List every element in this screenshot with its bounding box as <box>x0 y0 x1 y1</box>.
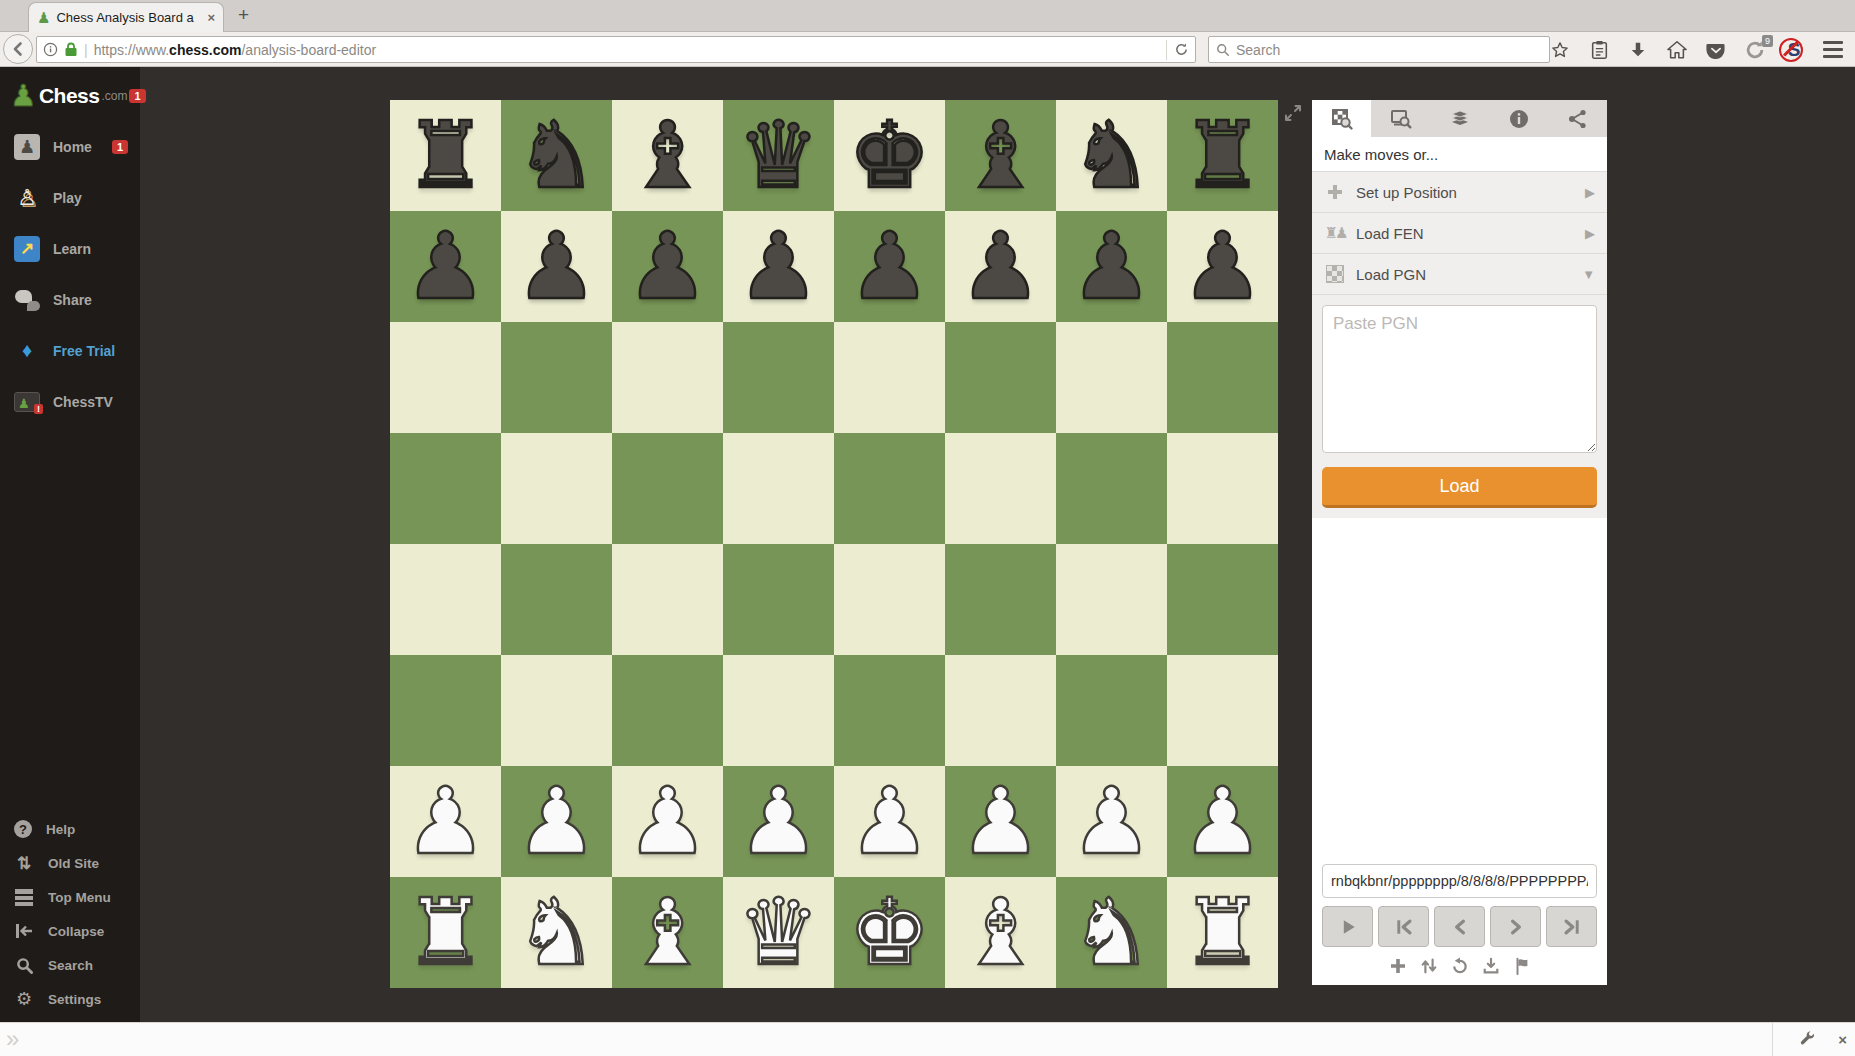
black-rook[interactable]: ♜ <box>1167 100 1278 211</box>
square-g2[interactable]: ♟ <box>1056 766 1167 877</box>
black-pawn[interactable]: ♟ <box>1056 211 1167 322</box>
tab-analysis-board[interactable] <box>1312 100 1371 137</box>
back-button[interactable] <box>3 34 33 64</box>
lock-icon[interactable] <box>64 42 78 57</box>
chevron-right-icon: ▶ <box>1585 226 1595 241</box>
square-d5[interactable] <box>723 433 834 544</box>
board-expand-icon[interactable] <box>1283 103 1305 125</box>
square-a1[interactable]: ♜ <box>390 877 501 988</box>
tab-info[interactable] <box>1489 100 1548 137</box>
white-pawn[interactable]: ♟ <box>945 766 1056 877</box>
reload-icon[interactable] <box>1174 42 1189 57</box>
white-queen[interactable]: ♛ <box>723 877 834 988</box>
square-h6[interactable] <box>1167 322 1278 433</box>
square-a3[interactable] <box>390 655 501 766</box>
square-e4[interactable] <box>834 544 945 655</box>
square-h1[interactable]: ♜ <box>1167 877 1278 988</box>
square-b3[interactable] <box>501 655 612 766</box>
tab-share[interactable] <box>1548 100 1607 137</box>
square-f5[interactable] <box>945 433 1056 544</box>
search-icon <box>1216 43 1230 57</box>
info-icon[interactable] <box>43 42 58 57</box>
back-arrow-icon <box>10 41 26 57</box>
square-b2[interactable]: ♟ <box>501 766 612 877</box>
panel-bottom <box>1312 858 1607 985</box>
black-knight[interactable]: ♞ <box>501 100 612 211</box>
square-c6[interactable] <box>612 322 723 433</box>
next-move-button[interactable] <box>1490 906 1541 947</box>
square-b7[interactable]: ♟ <box>501 211 612 322</box>
share-bubbles-icon <box>14 287 40 313</box>
books-stack-icon <box>1448 107 1472 131</box>
square-g8[interactable]: ♞ <box>1056 100 1167 211</box>
square-g7[interactable]: ♟ <box>1056 211 1167 322</box>
square-c7[interactable]: ♟ <box>612 211 723 322</box>
pgn-section: Load <box>1312 294 1607 518</box>
browser-tab[interactable]: ♟ Chess Analysis Board a × <box>28 2 224 32</box>
top-menu-icon <box>14 887 34 907</box>
square-f3[interactable] <box>945 655 1056 766</box>
square-d1[interactable]: ♛ <box>723 877 834 988</box>
black-pawn[interactable]: ♟ <box>390 211 501 322</box>
square-e2[interactable]: ♟ <box>834 766 945 877</box>
square-d2[interactable]: ♟ <box>723 766 834 877</box>
white-knight[interactable]: ♞ <box>501 877 612 988</box>
url-text: https://www.chess.com/analysis-board-edi… <box>94 42 1160 58</box>
square-e1[interactable]: ♚ <box>834 877 945 988</box>
sidebar-item-label: Play <box>53 190 82 206</box>
sidebar-item-collapse[interactable]: Collapse <box>0 914 140 948</box>
home-notification-badge: 1 <box>112 140 128 154</box>
logo-notification-badge: 1 <box>129 89 145 103</box>
sidebar-item-search[interactable]: Search <box>0 948 140 982</box>
play-button[interactable] <box>1322 906 1373 947</box>
url-separator: | <box>84 42 88 58</box>
tab-openings[interactable] <box>1430 100 1489 137</box>
square-d3[interactable] <box>723 655 834 766</box>
square-h7[interactable]: ♟ <box>1167 211 1278 322</box>
square-h3[interactable] <box>1167 655 1278 766</box>
panel-empty-space <box>1312 518 1607 858</box>
sidebar-item-old-site[interactable]: ⇅ Old Site <box>0 846 140 880</box>
tab-game-report[interactable] <box>1371 100 1430 137</box>
old-site-icon: ⇅ <box>14 853 34 873</box>
sidebar-bottom-nav: ? Help ⇅ Old Site Top Menu Collapse <box>0 812 140 1016</box>
home-pawn-icon: ♟ <box>14 134 40 160</box>
pgn-input[interactable] <box>1322 305 1597 453</box>
mini-board-icon <box>1324 263 1346 285</box>
sidebar-item-learn[interactable]: ↗ Learn <box>0 223 140 274</box>
sidebar-item-label: Collapse <box>48 924 104 939</box>
help-icon: ? <box>14 820 32 838</box>
previous-move-button[interactable] <box>1434 906 1485 947</box>
plus-icon <box>1324 181 1346 203</box>
square-b8[interactable]: ♞ <box>501 100 612 211</box>
sidebar-nav: ♟ Home 1 ♙ Play ↗ Learn Share ♦ <box>0 121 140 427</box>
sidebar-item-label: Help <box>46 822 75 837</box>
bookmark-star-icon[interactable] <box>1548 38 1572 62</box>
sidebar-item-label: Learn <box>53 241 91 257</box>
square-h4[interactable] <box>1167 544 1278 655</box>
square-f8[interactable]: ♝ <box>945 100 1056 211</box>
white-pawn[interactable]: ♟ <box>1056 766 1167 877</box>
square-c5[interactable] <box>612 433 723 544</box>
new-tab-button[interactable]: + <box>238 4 249 26</box>
close-icon[interactable]: × <box>1838 1031 1847 1048</box>
sidebar-item-label: Share <box>53 292 92 308</box>
sidebar: ♟ Chess .com 1 ♟ Home 1 ♙ Play ↗ Learn <box>0 67 140 1022</box>
square-g1[interactable]: ♞ <box>1056 877 1167 988</box>
white-knight[interactable]: ♞ <box>1056 877 1167 988</box>
square-d8[interactable]: ♛ <box>723 100 834 211</box>
square-e6[interactable] <box>834 322 945 433</box>
chess-board[interactable]: ♜♞♝♛♚♝♞♜♟♟♟♟♟♟♟♟♟♟♟♟♟♟♟♟♜♞♝♛♚♝♞♜ <box>390 100 1278 988</box>
square-h5[interactable] <box>1167 433 1278 544</box>
sidebar-item-home[interactable]: ♟ Home 1 <box>0 121 140 172</box>
black-pawn[interactable]: ♟ <box>612 211 723 322</box>
home-icon[interactable] <box>1665 38 1689 62</box>
black-pawn[interactable]: ♟ <box>501 211 612 322</box>
sidebar-item-label: ChessTV <box>53 394 113 410</box>
sidebar-item-settings[interactable]: ⚙ Settings <box>0 982 140 1016</box>
search-bar[interactable]: Search <box>1208 36 1550 63</box>
square-f4[interactable] <box>945 544 1056 655</box>
square-g5[interactable] <box>1056 433 1167 544</box>
square-c1[interactable]: ♝ <box>612 877 723 988</box>
analysis-board-icon <box>1330 107 1354 131</box>
url-bar[interactable]: | https://www.chess.com/analysis-board-e… <box>36 36 1196 63</box>
flag-icon[interactable] <box>1511 955 1533 977</box>
square-a4[interactable] <box>390 544 501 655</box>
download-icon[interactable] <box>1480 955 1502 977</box>
square-e5[interactable] <box>834 433 945 544</box>
black-pawn[interactable]: ♟ <box>834 211 945 322</box>
sidebar-item-label: Top Menu <box>48 890 111 905</box>
info-circle-icon <box>1507 107 1531 131</box>
learn-arrow-icon: ↗ <box>14 236 40 262</box>
panel-tab-bar <box>1312 100 1607 137</box>
sidebar-item-help[interactable]: ? Help <box>0 812 140 846</box>
sync-icon[interactable]: 9 <box>1743 38 1767 62</box>
sidebar-item-label: Old Site <box>48 856 99 871</box>
black-pawn[interactable]: ♟ <box>723 211 834 322</box>
sidebar-item-label: Free Trial <box>53 343 115 359</box>
analysis-panel: Make moves or... Set up Position ▶ ♜♟ Lo… <box>1312 100 1607 985</box>
make-moves-label: Make moves or... <box>1312 137 1607 171</box>
square-g4[interactable] <box>1056 544 1167 655</box>
sync-badge: 9 <box>1762 35 1773 47</box>
white-bishop[interactable]: ♝ <box>945 877 1056 988</box>
square-e3[interactable] <box>834 655 945 766</box>
sidebar-item-label: Search <box>48 958 93 973</box>
tab-title: Chess Analysis Board a <box>56 10 201 25</box>
black-pawn[interactable]: ♟ <box>1167 211 1278 322</box>
sidebar-item-share[interactable]: Share <box>0 274 140 325</box>
page-content: ♟ Chess .com 1 ♟ Home 1 ♙ Play ↗ Learn <box>0 67 1855 1022</box>
clipboard-icon[interactable] <box>1587 38 1611 62</box>
square-a7[interactable]: ♟ <box>390 211 501 322</box>
square-e7[interactable]: ♟ <box>834 211 945 322</box>
browser-tab-bar: ♟ Chess Analysis Board a × + <box>0 0 1855 32</box>
square-d6[interactable] <box>723 322 834 433</box>
load-pgn-row[interactable]: Load PGN ▼ <box>1312 253 1607 294</box>
fen-pieces-icon: ♜♟ <box>1324 222 1346 244</box>
chevron-down-icon: ▼ <box>1582 267 1595 282</box>
white-pawn[interactable]: ♟ <box>1167 766 1278 877</box>
sidebar-item-top-menu[interactable]: Top Menu <box>0 880 140 914</box>
load-button[interactable]: Load <box>1322 467 1597 508</box>
sidebar-item-chesstv[interactable]: ♟! ChessTV <box>0 376 140 427</box>
tab-close-icon[interactable]: × <box>207 10 215 25</box>
last-move-button[interactable] <box>1546 906 1597 947</box>
black-bishop[interactable]: ♝ <box>612 100 723 211</box>
black-king[interactable]: ♚ <box>834 100 945 211</box>
black-queen[interactable]: ♛ <box>723 100 834 211</box>
square-c4[interactable] <box>612 544 723 655</box>
chess-favicon-icon: ♟ <box>37 10 50 25</box>
white-bishop[interactable]: ♝ <box>612 877 723 988</box>
sidebar-item-play[interactable]: ♙ Play <box>0 172 140 223</box>
fen-input[interactable] <box>1322 864 1597 898</box>
board-action-icons <box>1322 955 1597 977</box>
first-move-button[interactable] <box>1378 906 1429 947</box>
square-b4[interactable] <box>501 544 612 655</box>
square-a2[interactable]: ♟ <box>390 766 501 877</box>
search-placeholder: Search <box>1236 42 1280 58</box>
pocket-icon[interactable] <box>1704 38 1728 62</box>
black-bishop[interactable]: ♝ <box>945 100 1056 211</box>
downloads-icon[interactable] <box>1626 38 1650 62</box>
logo-pawn-icon: ♟ <box>10 81 37 111</box>
gear-icon: ⚙ <box>14 989 34 1009</box>
square-c2[interactable]: ♟ <box>612 766 723 877</box>
bottom-strip: » × <box>0 1022 1855 1056</box>
expander-chevrons[interactable]: » <box>6 1025 19 1053</box>
black-pawn[interactable]: ♟ <box>945 211 1056 322</box>
sidebar-search-icon <box>14 955 34 975</box>
setup-position-row[interactable]: Set up Position ▶ <box>1312 171 1607 212</box>
game-report-icon <box>1389 107 1413 131</box>
black-rook[interactable]: ♜ <box>390 100 501 211</box>
chevron-right-icon: ▶ <box>1585 185 1595 200</box>
square-f1[interactable]: ♝ <box>945 877 1056 988</box>
setup-position-label: Set up Position <box>1356 184 1457 201</box>
white-pawn[interactable]: ♟ <box>501 766 612 877</box>
square-c8[interactable]: ♝ <box>612 100 723 211</box>
logo-text: Chess <box>39 84 100 108</box>
play-hand-pawn-icon: ♙ <box>14 185 40 211</box>
square-a6[interactable] <box>390 322 501 433</box>
square-f7[interactable]: ♟ <box>945 211 1056 322</box>
white-pawn[interactable]: ♟ <box>723 766 834 877</box>
logo-suffix: .com <box>101 89 127 103</box>
square-f2[interactable]: ♟ <box>945 766 1056 877</box>
screen: ♟ Chess Analysis Board a × + | https://w… <box>0 0 1855 1056</box>
square-g6[interactable] <box>1056 322 1167 433</box>
share-nodes-icon <box>1566 107 1590 131</box>
sidebar-item-label: Home <box>53 139 92 155</box>
sidebar-item-free-trial[interactable]: ♦ Free Trial <box>0 325 140 376</box>
menu-icon[interactable] <box>1821 38 1845 62</box>
square-d4[interactable] <box>723 544 834 655</box>
white-rook[interactable]: ♜ <box>390 877 501 988</box>
white-pawn[interactable]: ♟ <box>612 766 723 877</box>
browser-nav-bar: | https://www.chess.com/analysis-board-e… <box>0 32 1855 67</box>
collapse-icon <box>14 921 34 941</box>
white-king[interactable]: ♚ <box>834 877 945 988</box>
playback-controls <box>1322 906 1597 947</box>
square-c3[interactable] <box>612 655 723 766</box>
diamond-icon: ♦ <box>14 338 40 364</box>
load-fen-label: Load FEN <box>1356 225 1424 242</box>
square-d7[interactable]: ♟ <box>723 211 834 322</box>
reset-board-icon[interactable] <box>1449 955 1471 977</box>
black-knight[interactable]: ♞ <box>1056 100 1167 211</box>
load-pgn-label: Load PGN <box>1356 266 1426 283</box>
square-b6[interactable] <box>501 322 612 433</box>
white-pawn[interactable]: ♟ <box>390 766 501 877</box>
square-f6[interactable] <box>945 322 1056 433</box>
white-pawn[interactable]: ♟ <box>834 766 945 877</box>
toolbar-icons: 9 S <box>1548 32 1851 67</box>
square-b5[interactable] <box>501 433 612 544</box>
square-a8[interactable]: ♜ <box>390 100 501 211</box>
wrench-icon[interactable] <box>1799 1029 1816 1050</box>
chesscom-logo[interactable]: ♟ Chess .com 1 <box>0 67 140 121</box>
scriptsafe-icon[interactable]: S <box>1782 38 1806 62</box>
load-fen-row[interactable]: ♜♟ Load FEN ▶ <box>1312 212 1607 253</box>
square-a5[interactable] <box>390 433 501 544</box>
square-h8[interactable]: ♜ <box>1167 100 1278 211</box>
square-h2[interactable]: ♟ <box>1167 766 1278 877</box>
flip-board-icon[interactable] <box>1418 955 1440 977</box>
white-rook[interactable]: ♜ <box>1167 877 1278 988</box>
chesstv-icon: ♟! <box>14 392 40 412</box>
square-e8[interactable]: ♚ <box>834 100 945 211</box>
square-b1[interactable]: ♞ <box>501 877 612 988</box>
square-g3[interactable] <box>1056 655 1167 766</box>
add-move-icon[interactable] <box>1387 955 1409 977</box>
sidebar-item-label: Settings <box>48 992 101 1007</box>
